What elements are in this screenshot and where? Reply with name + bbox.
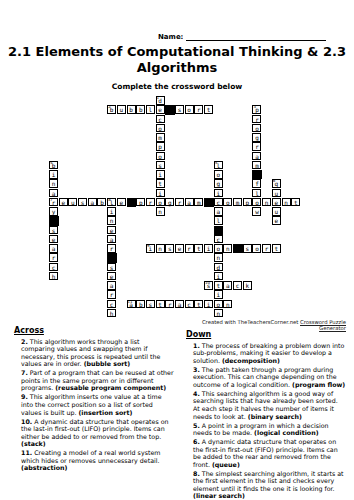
crossword-cell[interactable]: b4 (49, 161, 58, 170)
empty-cell (282, 216, 291, 225)
empty-cell (185, 253, 194, 262)
empty-cell (156, 216, 165, 225)
empty-cell (165, 189, 174, 198)
empty-cell (97, 216, 106, 225)
crossword-cell[interactable]: c (185, 300, 194, 309)
crossword-cell[interactable]: i (156, 189, 165, 198)
empty-cell (97, 272, 106, 281)
crossword-cell[interactable]: c (233, 281, 242, 290)
empty-cell (165, 253, 174, 262)
empty-cell (117, 244, 126, 253)
empty-cell (107, 133, 116, 142)
crossword-cell[interactable]: s (49, 226, 58, 235)
crossword-cell[interactable]: l (214, 216, 223, 225)
empty-cell (136, 115, 145, 124)
clue-number: 7 (50, 198, 53, 202)
crossword-cell[interactable]: a (107, 281, 116, 290)
crossword-cell[interactable]: s (243, 244, 252, 253)
empty-cell (194, 207, 203, 216)
empty-cell (282, 105, 291, 114)
crossword-cell[interactable]: t (156, 179, 165, 188)
empty-cell (262, 253, 271, 262)
page-title: 2.1 Elements of Computational Thinking &… (0, 44, 354, 77)
empty-cell (78, 290, 87, 299)
empty-cell (59, 300, 68, 309)
empty-cell (165, 133, 174, 142)
crossword-cell[interactable]: c (214, 198, 223, 207)
empty-cell (88, 281, 97, 290)
empty-cell (291, 96, 300, 105)
crossword-cell[interactable]: o (252, 244, 261, 253)
empty-cell (127, 170, 136, 179)
empty-cell (97, 161, 106, 170)
crossword-cell[interactable]: r (175, 198, 184, 207)
crossword-cell[interactable]: d1 (156, 96, 165, 105)
crossword-cell[interactable]: d (214, 263, 223, 272)
crossword-cell[interactable]: m (194, 198, 203, 207)
empty-cell (282, 189, 291, 198)
empty-cell (88, 124, 97, 133)
crossword-cell[interactable]: b (136, 105, 145, 114)
crossword-cell[interactable]: e (107, 226, 116, 235)
crossword-cell[interactable]: u (117, 105, 126, 114)
empty-cell (243, 189, 252, 198)
empty-cell (59, 152, 68, 161)
crossword-cell[interactable]: r (146, 198, 155, 207)
crossword-cell[interactable]: o (214, 170, 223, 179)
empty-cell (117, 235, 126, 244)
separator-cell (252, 170, 262, 179)
crossword-cell[interactable]: n (282, 198, 291, 207)
empty-cell (223, 207, 232, 216)
empty-cell (282, 290, 291, 299)
crossword-cell[interactable]: s (156, 161, 165, 170)
crossword-cell[interactable]: p (136, 198, 145, 207)
empty-cell (165, 290, 174, 299)
crossword-cell[interactable]: o (252, 198, 261, 207)
crossword-cell[interactable]: c (107, 300, 116, 309)
crossword-cell[interactable]: m (252, 161, 261, 170)
crossword-cell[interactable]: e (117, 198, 126, 207)
crossword-cell[interactable]: r (194, 105, 203, 114)
empty-cell (291, 226, 300, 235)
crossword-cell[interactable]: g (165, 198, 174, 207)
empty-cell (282, 226, 291, 235)
empty-cell (78, 309, 87, 318)
empty-cell (88, 105, 97, 114)
crossword-cell[interactable]: c (49, 263, 58, 272)
empty-cell (127, 226, 136, 235)
crossword-cell[interactable]: u (68, 198, 77, 207)
crossword-cell[interactable]: e (156, 105, 165, 114)
crossword-cell[interactable]: r7 (49, 198, 58, 207)
empty-cell (146, 133, 155, 142)
crossword-cell[interactable]: q6 (272, 179, 281, 188)
empty-cell (262, 235, 271, 244)
empty-cell (165, 309, 174, 318)
crossword-cell[interactable]: e (175, 244, 184, 253)
empty-cell (204, 133, 213, 142)
empty-cell (78, 124, 87, 133)
empty-cell (262, 290, 271, 299)
empty-cell (78, 263, 87, 272)
crossword-cell[interactable]: r (262, 244, 271, 253)
crossword-cell[interactable]: n (49, 179, 58, 188)
empty-cell (117, 263, 126, 272)
empty-cell (243, 170, 252, 179)
crossword-cell[interactable]: r (252, 142, 261, 151)
crossword-cell[interactable]: e (59, 198, 68, 207)
empty-cell (204, 115, 213, 124)
crossword-cell[interactable]: a (214, 207, 223, 216)
empty-cell (68, 189, 77, 198)
crossword-cell[interactable]: r (107, 244, 116, 253)
crossword-cell[interactable]: k (243, 281, 252, 290)
empty-cell (97, 189, 106, 198)
empty-cell (194, 281, 203, 290)
empty-cell (243, 263, 252, 272)
empty-cell (88, 290, 97, 299)
crossword-cell[interactable]: r (165, 300, 174, 309)
empty-cell (243, 235, 252, 244)
empty-cell (233, 170, 242, 179)
empty-cell (127, 244, 136, 253)
empty-cell (59, 124, 68, 133)
crossword-cell[interactable]: n (223, 300, 232, 309)
empty-cell (272, 105, 281, 114)
crossword-cell[interactable]: e (49, 235, 58, 244)
clue-item: 2. This algorithm works through a list c… (21, 338, 175, 368)
empty-cell (185, 290, 194, 299)
empty-cell (262, 133, 271, 142)
empty-cell (223, 309, 232, 318)
clue-item: 9. This algorithm inserts one value at a… (21, 393, 175, 416)
crossword-cell[interactable]: t (156, 300, 165, 309)
crossword-cell[interactable]: t (214, 281, 223, 290)
clue-item-number: 6. (193, 438, 200, 445)
clue-item: 3. The path taken through a program duri… (193, 366, 346, 389)
subtitle: Complete the crossword below (0, 82, 354, 91)
crossword-cell[interactable]: h (49, 272, 58, 281)
crossword-cell[interactable]: l8 (107, 198, 116, 207)
empty-cell (156, 309, 165, 318)
crossword-cell[interactable]: i (214, 290, 223, 299)
crossword-cell[interactable]: t (204, 105, 213, 114)
empty-cell (175, 216, 184, 225)
empty-cell (272, 133, 281, 142)
crossword-cell[interactable]: n (223, 244, 232, 253)
crossword-cell[interactable]: s10 (204, 281, 213, 290)
crossword-cell[interactable]: a (49, 244, 58, 253)
empty-cell (223, 272, 232, 281)
crossword-cell[interactable]: t (194, 300, 203, 309)
clue-number: 2 (108, 105, 111, 109)
empty-cell (59, 170, 68, 179)
empty-cell (146, 290, 155, 299)
crossword-cell[interactable]: s (165, 244, 174, 253)
crossword-cell[interactable]: o (223, 198, 232, 207)
empty-cell (175, 170, 184, 179)
empty-cell (194, 235, 203, 244)
empty-cell (117, 216, 126, 225)
empty-cell (282, 309, 291, 318)
empty-cell (194, 216, 203, 225)
crossword-cell[interactable]: p3 (252, 105, 261, 114)
empty-cell (194, 133, 203, 142)
crossword-cell[interactable]: n (156, 207, 165, 216)
crossword-cell[interactable]: p (156, 142, 165, 151)
crossword-cell[interactable]: y (49, 207, 58, 216)
empty-cell (175, 226, 184, 235)
empty-cell (233, 216, 242, 225)
crossword-cell[interactable]: u (272, 189, 281, 198)
crossword-cell[interactable]: a (49, 189, 58, 198)
crossword-cell[interactable]: g (252, 133, 261, 142)
empty-cell (68, 152, 77, 161)
empty-cell (68, 263, 77, 272)
crossword-cell[interactable]: e (272, 198, 281, 207)
empty-cell (68, 290, 77, 299)
empty-cell (68, 115, 77, 124)
empty-cell (262, 179, 271, 188)
empty-cell (175, 142, 184, 151)
crossword-cell[interactable]: r (185, 244, 194, 253)
empty-cell (117, 161, 126, 170)
empty-cell (194, 272, 203, 281)
empty-cell (223, 115, 232, 124)
empty-cell (175, 124, 184, 133)
empty-cell (88, 226, 97, 235)
crossword-cell[interactable]: s (78, 198, 87, 207)
empty-cell (272, 281, 281, 290)
empty-cell (282, 161, 291, 170)
crossword-cell[interactable]: a (223, 281, 232, 290)
crossword-cell[interactable]: i (107, 207, 116, 216)
crossword-cell[interactable]: i (156, 170, 165, 179)
empty-cell (185, 309, 194, 318)
empty-cell (272, 226, 281, 235)
empty-cell (127, 133, 136, 142)
crossword-cell[interactable]: b (127, 105, 136, 114)
empty-cell (252, 226, 261, 235)
empty-cell (223, 253, 232, 262)
empty-cell (136, 263, 145, 272)
empty-cell (146, 179, 155, 188)
empty-cell (272, 96, 281, 105)
crossword-cell[interactable]: o (252, 124, 261, 133)
crossword-cell[interactable]: o (185, 105, 194, 114)
crossword-cell[interactable]: g (214, 179, 223, 188)
empty-cell (146, 161, 155, 170)
across-heading: Across (14, 326, 175, 336)
empty-cell (233, 105, 242, 114)
crossword-cell[interactable]: o (214, 300, 223, 309)
empty-cell (262, 207, 271, 216)
clue-number: 11 (128, 300, 133, 304)
crossword-cell[interactable]: a (175, 300, 184, 309)
crossword-cell[interactable]: h (107, 309, 116, 318)
empty-cell (272, 115, 281, 124)
empty-cell (291, 244, 300, 253)
crossword-cell[interactable]: t (194, 244, 203, 253)
crossword-cell[interactable]: i (214, 272, 223, 281)
crossword-cell[interactable]: i (49, 170, 58, 179)
empty-cell (262, 216, 271, 225)
empty-cell (127, 152, 136, 161)
empty-cell (175, 152, 184, 161)
empty-cell (165, 207, 174, 216)
crossword-cell[interactable]: c (156, 115, 165, 124)
empty-cell (204, 189, 213, 198)
empty-cell (78, 179, 87, 188)
empty-cell (165, 96, 174, 105)
empty-cell (194, 309, 203, 318)
empty-cell (136, 161, 145, 170)
empty-cell (233, 226, 242, 235)
clue-item-answer: (logical condition) (254, 429, 318, 436)
empty-cell (78, 216, 87, 225)
empty-cell (262, 309, 271, 318)
crossword-cell[interactable]: e (107, 272, 116, 281)
empty-cell (194, 290, 203, 299)
crossword-cell[interactable]: n (156, 244, 165, 253)
empty-cell (252, 235, 261, 244)
empty-cell (88, 115, 97, 124)
empty-cell (223, 161, 232, 170)
clue-item-number: 10. (21, 418, 32, 425)
empty-cell (107, 170, 116, 179)
empty-cell (146, 142, 155, 151)
empty-cell (136, 152, 145, 161)
empty-cell (117, 170, 126, 179)
empty-cell (243, 290, 252, 299)
crossword-cell[interactable]: o (156, 152, 165, 161)
crossword-cell[interactable]: t (291, 198, 300, 207)
crossword-cell[interactable]: i (204, 244, 213, 253)
empty-cell (59, 244, 68, 253)
empty-cell (146, 207, 155, 216)
empty-cell (185, 207, 194, 216)
empty-cell (204, 309, 213, 318)
empty-cell (272, 290, 281, 299)
empty-cell (88, 216, 97, 225)
crossword-cell[interactable]: o (214, 244, 223, 253)
empty-cell (185, 152, 194, 161)
crossword-cell[interactable]: l (146, 105, 155, 114)
crossword-cell[interactable]: a (185, 198, 194, 207)
crossword-cell[interactable]: b (136, 300, 145, 309)
empty-cell (88, 179, 97, 188)
empty-cell (185, 170, 194, 179)
empty-cell (282, 253, 291, 262)
crossword-cell[interactable]: c (214, 235, 223, 244)
empty-cell (165, 263, 174, 272)
crossword-cell[interactable]: a (88, 198, 97, 207)
empty-cell (185, 263, 194, 272)
empty-cell (146, 272, 155, 281)
crossword-cell[interactable]: t (272, 244, 281, 253)
empty-cell (233, 235, 242, 244)
crossword-cell[interactable]: l5 (214, 161, 223, 170)
crossword-cell[interactable]: s (175, 105, 184, 114)
crossword-cell[interactable]: n (214, 309, 223, 318)
crossword-cell[interactable]: f (252, 179, 261, 188)
crossword-cell[interactable]: n (107, 216, 116, 225)
crossword-cell[interactable]: a (252, 152, 261, 161)
empty-cell (175, 161, 184, 170)
empty-cell (204, 179, 213, 188)
crossword-cell[interactable]: r (252, 115, 261, 124)
clue-number: 8 (108, 198, 111, 202)
empty-cell (78, 115, 87, 124)
empty-cell (175, 235, 184, 244)
empty-cell (78, 235, 87, 244)
name-field[interactable] (186, 33, 326, 41)
crossword-cell[interactable]: o (156, 198, 165, 207)
empty-cell (97, 96, 106, 105)
crossword-cell[interactable]: a (107, 235, 116, 244)
empty-cell (136, 207, 145, 216)
crossword-cell[interactable]: u (272, 207, 281, 216)
empty-cell (49, 96, 58, 105)
crossword-cell[interactable]: r (107, 290, 116, 299)
empty-cell (68, 96, 77, 105)
crossword-cell[interactable]: s (146, 300, 155, 309)
empty-cell (214, 133, 223, 142)
crossword-cell[interactable]: m (156, 133, 165, 142)
crossword-cell[interactable]: n (214, 253, 223, 262)
empty-cell (88, 161, 97, 170)
empty-cell (233, 290, 242, 299)
empty-cell (165, 179, 174, 188)
crossword-cell[interactable]: a11 (127, 300, 136, 309)
empty-cell (233, 300, 242, 309)
crossword-cell[interactable]: b2 (107, 105, 116, 114)
crossword-cell[interactable]: w (252, 207, 261, 216)
empty-cell (194, 152, 203, 161)
empty-cell (68, 300, 77, 309)
empty-cell (107, 115, 116, 124)
crossword-cell[interactable]: l (252, 189, 261, 198)
empty-cell (233, 124, 242, 133)
empty-cell (185, 142, 194, 151)
empty-cell (282, 179, 291, 188)
crossword-cell[interactable]: s (107, 263, 116, 272)
empty-cell (127, 207, 136, 216)
empty-cell (78, 272, 87, 281)
clue-item-answer: (insertion sort) (78, 409, 132, 416)
crossword-cell[interactable]: i (214, 189, 223, 198)
empty-cell (59, 115, 68, 124)
empty-cell (223, 142, 232, 151)
empty-cell (194, 170, 203, 179)
empty-cell (252, 216, 261, 225)
crossword-cell[interactable]: m (233, 198, 242, 207)
empty-cell (252, 290, 261, 299)
crossword-cell[interactable]: i9 (146, 244, 155, 253)
empty-cell (204, 235, 213, 244)
empty-cell (243, 300, 252, 309)
crossword-cell[interactable]: p (243, 198, 252, 207)
crossword-cell[interactable]: n (262, 198, 271, 207)
empty-cell (127, 96, 136, 105)
crossword-cell[interactable]: r (49, 253, 58, 262)
crossword-cell[interactable]: e (272, 216, 281, 225)
empty-cell (243, 133, 252, 142)
crossword-cell[interactable]: o (156, 124, 165, 133)
crossword-cell[interactable]: b (97, 198, 106, 207)
crossword-cell[interactable]: i (204, 300, 213, 309)
